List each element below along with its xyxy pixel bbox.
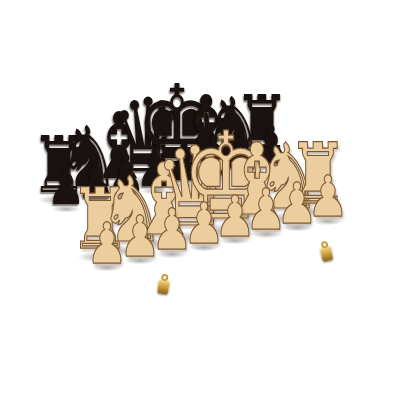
square-c3[interactable]	[137, 224, 176, 240]
piece-shadow	[180, 165, 231, 177]
coordinate-label: H	[332, 225, 341, 229]
square-e4[interactable]	[190, 202, 228, 217]
pieces-layer: ♜♞♝♛♚♝♞♜♟♟♟♟♟♟♟♟♜♞♝♛♚♝♞♜♟♟♟♟♟♟♟♟	[0, 0, 400, 400]
square-f7[interactable]	[195, 171, 232, 185]
square-g1[interactable]	[276, 218, 316, 234]
coordinate-label: F	[270, 239, 278, 243]
board-fold-seam	[54, 181, 320, 236]
piece-shadow	[136, 238, 191, 251]
coordinate-label: 5	[49, 229, 55, 232]
coordinate-label: F	[195, 161, 202, 164]
coordinate-label: 4	[320, 185, 327, 188]
square-e3[interactable]	[198, 211, 237, 227]
coordinate-label: B	[142, 266, 150, 270]
piece-white-king[interactable]: ♚	[182, 116, 271, 237]
square-a5[interactable]	[62, 218, 99, 234]
piece-shadow	[165, 230, 225, 244]
piece-shadow	[241, 154, 284, 164]
piece-white-rook[interactable]: ♜	[69, 178, 131, 262]
coordinate-label: 3	[62, 249, 69, 253]
coordinate-label: 2	[69, 259, 76, 263]
chess-box-side	[9, 144, 392, 316]
square-c2[interactable]	[144, 233, 183, 249]
chess-board: ABCDEFGHABCDEFGH8765432187654321	[8, 138, 388, 292]
square-h7[interactable]	[252, 159, 289, 173]
piece-shadow	[107, 245, 157, 257]
frame-inlay-oval	[28, 227, 56, 257]
square-d3[interactable]	[167, 218, 206, 234]
square-g5[interactable]	[240, 182, 278, 197]
square-h8[interactable]	[243, 151, 279, 165]
piece-white-knight[interactable]: ♞	[99, 165, 166, 256]
square-c6[interactable]	[115, 196, 152, 211]
piece-shadow	[228, 170, 257, 177]
coordinate-label: 1	[76, 270, 83, 274]
piece-shadow	[282, 224, 313, 231]
coordinate-label: 8	[283, 151, 290, 154]
square-d4[interactable]	[160, 208, 198, 224]
piece-shadow	[141, 188, 170, 195]
piece-black-pawn[interactable]: ♟	[194, 130, 233, 183]
coordinate-label: 6	[301, 167, 308, 170]
piece-shadow	[81, 200, 110, 207]
piece-shadow	[156, 251, 187, 258]
piece-white-knight[interactable]: ♞	[254, 132, 321, 223]
piece-shadow	[146, 169, 208, 184]
square-b7[interactable]	[79, 194, 115, 209]
brass-clasp-left	[157, 278, 170, 294]
piece-black-pawn[interactable]: ♟	[46, 160, 85, 213]
piece-shadow	[230, 218, 285, 231]
square-a7[interactable]	[49, 200, 85, 215]
square-d5[interactable]	[152, 199, 189, 214]
coordinate-label: G	[300, 232, 309, 236]
frame-inlay-dot	[73, 281, 88, 288]
square-f5[interactable]	[211, 187, 249, 202]
coordinate-label: 5	[310, 176, 317, 179]
piece-white-pawn[interactable]: ♟	[307, 168, 349, 225]
piece-shadow	[251, 231, 282, 238]
piece-black-rook[interactable]: ♜	[31, 126, 88, 204]
square-c8[interactable]	[102, 179, 138, 193]
coordinate-strip: ABCDEFGH	[96, 222, 354, 280]
square-a6[interactable]	[56, 208, 93, 223]
square-c1[interactable]	[152, 243, 192, 260]
coordinate-strip: ABCDEFGH	[39, 147, 271, 196]
square-d8[interactable]	[130, 174, 166, 188]
frame-inlay-dot	[364, 220, 379, 226]
piece-shadow	[313, 218, 344, 225]
square-f3[interactable]	[228, 205, 267, 221]
square-h4[interactable]	[278, 184, 316, 199]
square-b8[interactable]	[73, 185, 109, 199]
piece-black-pawn[interactable]: ♟	[252, 118, 291, 171]
coordinate-label: 7	[37, 211, 43, 214]
square-g6[interactable]	[232, 173, 269, 187]
square-d7[interactable]	[137, 182, 173, 196]
piece-white-pawn[interactable]: ♟	[119, 208, 161, 265]
piece-black-knight[interactable]: ♞	[203, 86, 265, 170]
piece-black-bishop[interactable]: ♝	[172, 84, 240, 176]
coordinate-label: G	[223, 155, 231, 158]
square-h5[interactable]	[269, 176, 307, 190]
piece-shadow	[66, 189, 112, 200]
piece-black-pawn[interactable]: ♟	[76, 154, 115, 207]
piece-white-pawn[interactable]: ♟	[277, 175, 319, 232]
square-d2[interactable]	[175, 227, 214, 243]
frame-inlay-dot	[276, 141, 289, 146]
square-c7[interactable]	[108, 188, 144, 203]
piece-shadow	[77, 252, 123, 263]
coordinate-label: 2	[340, 203, 347, 206]
piece-white-pawn[interactable]: ♟	[183, 195, 225, 252]
square-f1[interactable]	[245, 224, 285, 240]
piece-shadow	[295, 206, 341, 217]
piece-black-pawn[interactable]: ♟	[165, 136, 204, 189]
square-a1[interactable]	[89, 257, 128, 274]
piece-shadow	[111, 193, 140, 200]
square-f6[interactable]	[203, 179, 240, 193]
chess-set-photo: ABCDEFGHABCDEFGH8765432187654321 ♜♞♝♛♚♝♞…	[0, 0, 400, 400]
piece-shadow	[220, 237, 251, 244]
square-e6[interactable]	[174, 185, 211, 200]
coordinate-label: C	[109, 178, 116, 181]
piece-black-pawn[interactable]: ♟	[106, 148, 145, 201]
piece-white-queen[interactable]: ♛	[155, 133, 236, 243]
square-e2[interactable]	[206, 221, 245, 237]
frame-inlay-oval	[289, 158, 329, 189]
coordinate-label: 7	[292, 159, 299, 162]
coordinate-label: C	[174, 259, 182, 263]
piece-white-pawn[interactable]: ♟	[151, 201, 193, 258]
piece-white-pawn[interactable]: ♟	[214, 188, 256, 245]
square-f2[interactable]	[236, 214, 275, 230]
square-g3[interactable]	[257, 199, 296, 214]
coordinate-label: A	[109, 273, 118, 277]
square-h2[interactable]	[296, 202, 336, 218]
square-g8[interactable]	[215, 157, 251, 171]
square-g7[interactable]	[223, 165, 260, 179]
piece-black-queen[interactable]: ♛	[110, 85, 185, 187]
square-b5[interactable]	[92, 211, 129, 226]
piece-shadow	[199, 176, 228, 183]
piece-white-pawn[interactable]: ♟	[246, 181, 288, 238]
board-squares	[41, 151, 348, 275]
coordinate-strip: 87654321	[26, 198, 89, 279]
piece-black-pawn[interactable]: ♟	[136, 142, 175, 195]
square-g4[interactable]	[249, 190, 287, 205]
piece-black-knight[interactable]: ♞	[58, 115, 120, 199]
piece-shadow	[93, 182, 144, 194]
piece-shadow	[188, 244, 219, 251]
square-e8[interactable]	[159, 168, 195, 182]
square-e7[interactable]	[166, 176, 203, 190]
piece-white-bishop[interactable]: ♝	[127, 150, 200, 249]
coordinate-label: 1	[350, 212, 357, 215]
piece-shadow	[211, 160, 257, 171]
square-e5[interactable]	[182, 193, 220, 208]
frame-inlay-oval	[49, 263, 77, 292]
piece-white-bishop[interactable]: ♝	[221, 130, 294, 229]
piece-black-king[interactable]: ♚	[136, 70, 218, 182]
coordinate-strip: 87654321	[277, 148, 365, 220]
square-f4[interactable]	[219, 196, 257, 211]
piece-shadow	[120, 176, 176, 189]
piece-shadow	[170, 182, 199, 189]
square-h3[interactable]	[287, 193, 326, 208]
piece-shadow	[38, 195, 81, 205]
square-h6[interactable]	[260, 167, 297, 181]
square-g2[interactable]	[267, 208, 307, 224]
coordinate-label: 6	[43, 220, 49, 223]
square-d1[interactable]	[184, 237, 224, 254]
piece-shadow	[124, 257, 155, 264]
coordinate-label: E	[239, 245, 247, 249]
piece-white-pawn[interactable]: ♟	[86, 215, 128, 272]
coordinate-label: H	[251, 149, 259, 152]
coordinate-label: D	[206, 252, 215, 256]
frame-inlay-dot	[16, 192, 29, 197]
piece-shadow	[263, 212, 313, 224]
square-a3[interactable]	[75, 237, 113, 253]
piece-white-rook[interactable]: ♜	[287, 132, 349, 216]
piece-shadow	[51, 206, 80, 213]
square-h1[interactable]	[306, 211, 346, 227]
frame-inlay-oval	[327, 196, 371, 231]
square-a2[interactable]	[82, 246, 121, 263]
square-a4[interactable]	[68, 227, 106, 243]
square-d6[interactable]	[145, 191, 182, 206]
square-b3[interactable]	[106, 230, 144, 246]
square-e1[interactable]	[215, 230, 255, 246]
coordinate-label: 4	[56, 239, 63, 242]
coordinate-label: 3	[330, 194, 337, 197]
coordinate-label: B	[80, 183, 87, 186]
square-c4[interactable]	[129, 214, 167, 230]
piece-black-rook[interactable]: ♜	[234, 86, 291, 164]
piece-black-pawn[interactable]: ♟	[223, 124, 262, 177]
coordinate-label: E	[167, 166, 174, 169]
square-f8[interactable]	[187, 162, 223, 176]
square-b4[interactable]	[99, 221, 137, 237]
piece-shadow	[92, 264, 123, 271]
coordinate-label: A	[51, 189, 58, 193]
square-c5[interactable]	[122, 205, 159, 220]
square-b2[interactable]	[113, 240, 152, 257]
piece-black-bishop[interactable]: ♝	[85, 101, 153, 193]
piece-shadow	[257, 164, 286, 171]
square-b1[interactable]	[121, 250, 161, 267]
brass-clasp-right	[320, 245, 334, 262]
piece-shadow	[193, 223, 259, 239]
coordinate-label: 8	[31, 202, 37, 205]
square-b6[interactable]	[86, 202, 123, 217]
coordinate-label: D	[138, 172, 146, 176]
square-a8[interactable]	[43, 191, 79, 206]
